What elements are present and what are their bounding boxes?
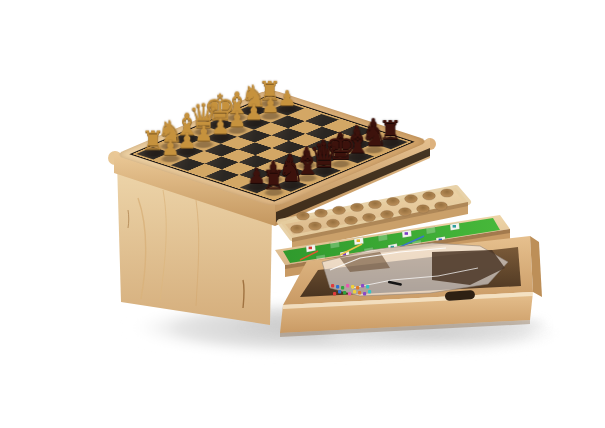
square-a8[interactable]: ♜: [257, 186, 291, 199]
white-pawn[interactable]: ♟: [141, 139, 201, 159]
box-illustration: [0, 0, 605, 428]
square-a2[interactable]: ♟: [154, 152, 188, 165]
product-photo-scene: ♜♞♝♛♚♝♞♜♟♟♟♟♟♟♟♟♟♟♟♟♟♟♟♟♜♞♝♛♚♝♞♜: [0, 0, 605, 428]
black-rook[interactable]: ♜: [244, 168, 304, 193]
